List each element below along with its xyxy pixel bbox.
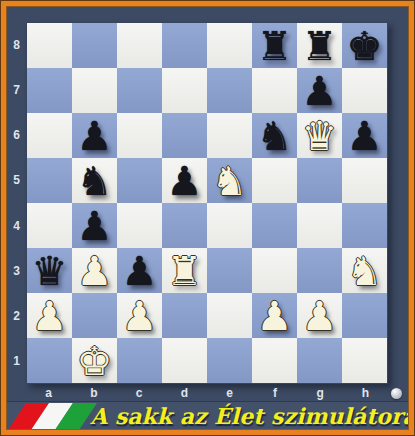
square-b2[interactable] — [72, 293, 117, 338]
square-a1[interactable] — [27, 338, 72, 383]
hungarian-flag-icon — [8, 403, 100, 429]
file-label-d: d — [162, 385, 207, 401]
square-f4[interactable] — [252, 203, 297, 248]
diagram-content: 87654321 ♜♜♚♟♟♞♛♟♞♟♞♟♛♟♟♜♞♟♟♟♟♚ abcdefgh… — [7, 7, 408, 429]
square-h8[interactable]: ♚ — [342, 23, 387, 68]
caption-bar: A sakk az Élet szimulátora — [7, 401, 408, 429]
square-g1[interactable] — [297, 338, 342, 383]
square-e5[interactable]: ♞ — [207, 158, 252, 203]
piece-black-knight: ♞ — [77, 161, 113, 201]
piece-black-queen: ♛ — [32, 251, 68, 291]
file-label-h: h — [343, 385, 388, 401]
file-label-a: a — [26, 385, 71, 401]
piece-white-pawn: ♟ — [77, 251, 113, 291]
piece-black-pawn: ♟ — [167, 161, 203, 201]
square-c7[interactable] — [117, 68, 162, 113]
piece-black-pawn: ♟ — [302, 71, 338, 111]
square-g4[interactable] — [297, 203, 342, 248]
square-f5[interactable] — [252, 158, 297, 203]
caption-text: A sakk az Élet szimulátora — [101, 402, 406, 429]
square-d1[interactable] — [162, 338, 207, 383]
chess-diagram-window: 87654321 ♜♜♚♟♟♞♛♟♞♟♞♟♛♟♟♜♞♟♟♟♟♚ abcdefgh… — [0, 0, 415, 436]
piece-black-pawn: ♟ — [77, 116, 113, 156]
square-c4[interactable] — [117, 203, 162, 248]
piece-white-pawn: ♟ — [32, 296, 68, 336]
piece-black-knight: ♞ — [257, 116, 293, 156]
chess-board: ♜♜♚♟♟♞♛♟♞♟♞♟♛♟♟♜♞♟♟♟♟♚ — [26, 22, 388, 384]
side-to-move-indicator — [391, 388, 402, 399]
square-e1[interactable] — [207, 338, 252, 383]
square-h3[interactable]: ♞ — [342, 248, 387, 293]
square-g3[interactable] — [297, 248, 342, 293]
square-b3[interactable]: ♟ — [72, 248, 117, 293]
file-label-e: e — [207, 385, 252, 401]
square-h4[interactable] — [342, 203, 387, 248]
square-e7[interactable] — [207, 68, 252, 113]
piece-white-pawn: ♟ — [257, 296, 293, 336]
piece-black-pawn: ♟ — [77, 206, 113, 246]
square-e6[interactable] — [207, 113, 252, 158]
square-h7[interactable] — [342, 68, 387, 113]
piece-white-pawn: ♟ — [122, 296, 158, 336]
square-e3[interactable] — [207, 248, 252, 293]
square-g2[interactable]: ♟ — [297, 293, 342, 338]
square-c6[interactable] — [117, 113, 162, 158]
piece-white-pawn: ♟ — [302, 296, 338, 336]
square-f6[interactable]: ♞ — [252, 113, 297, 158]
file-label-b: b — [71, 385, 116, 401]
square-d4[interactable] — [162, 203, 207, 248]
square-a6[interactable] — [27, 113, 72, 158]
square-c1[interactable] — [117, 338, 162, 383]
square-c2[interactable]: ♟ — [117, 293, 162, 338]
square-a7[interactable] — [27, 68, 72, 113]
square-b7[interactable] — [72, 68, 117, 113]
rank-label-1: 1 — [7, 339, 26, 384]
rank-label-8: 8 — [7, 22, 26, 67]
square-d5[interactable]: ♟ — [162, 158, 207, 203]
square-b5[interactable]: ♞ — [72, 158, 117, 203]
square-a8[interactable] — [27, 23, 72, 68]
square-f8[interactable]: ♜ — [252, 23, 297, 68]
piece-black-rook: ♜ — [302, 26, 338, 66]
rank-label-5: 5 — [7, 158, 26, 203]
square-a5[interactable] — [27, 158, 72, 203]
square-f2[interactable]: ♟ — [252, 293, 297, 338]
square-c8[interactable] — [117, 23, 162, 68]
square-g8[interactable]: ♜ — [297, 23, 342, 68]
square-h1[interactable] — [342, 338, 387, 383]
square-d2[interactable] — [162, 293, 207, 338]
rank-label-7: 7 — [7, 67, 26, 112]
square-g6[interactable]: ♛ — [297, 113, 342, 158]
rank-label-3: 3 — [7, 248, 26, 293]
piece-black-pawn: ♟ — [347, 116, 383, 156]
piece-black-king: ♚ — [347, 26, 383, 66]
square-f1[interactable] — [252, 338, 297, 383]
square-g7[interactable]: ♟ — [297, 68, 342, 113]
piece-white-knight: ♞ — [212, 161, 248, 201]
square-c5[interactable] — [117, 158, 162, 203]
square-g5[interactable] — [297, 158, 342, 203]
square-e2[interactable] — [207, 293, 252, 338]
square-a3[interactable]: ♛ — [27, 248, 72, 293]
square-h5[interactable] — [342, 158, 387, 203]
square-d7[interactable] — [162, 68, 207, 113]
rank-label-2: 2 — [7, 294, 26, 339]
square-e4[interactable] — [207, 203, 252, 248]
piece-white-king: ♚ — [77, 341, 113, 381]
square-h6[interactable]: ♟ — [342, 113, 387, 158]
square-f3[interactable] — [252, 248, 297, 293]
diagram-inner-frame: 87654321 ♜♜♚♟♟♞♛♟♞♟♞♟♛♟♟♜♞♟♟♟♟♚ abcdefgh… — [6, 6, 409, 430]
file-labels: abcdefgh — [26, 385, 388, 401]
piece-black-pawn: ♟ — [122, 251, 158, 291]
square-d8[interactable] — [162, 23, 207, 68]
piece-black-rook: ♜ — [257, 26, 293, 66]
square-b6[interactable]: ♟ — [72, 113, 117, 158]
square-d6[interactable] — [162, 113, 207, 158]
square-b4[interactable]: ♟ — [72, 203, 117, 248]
square-e8[interactable] — [207, 23, 252, 68]
file-label-f: f — [252, 385, 297, 401]
file-label-g: g — [298, 385, 343, 401]
rank-labels: 87654321 — [7, 22, 26, 384]
piece-white-knight: ♞ — [347, 251, 383, 291]
rank-label-6: 6 — [7, 113, 26, 158]
square-c3[interactable]: ♟ — [117, 248, 162, 293]
square-d3[interactable]: ♜ — [162, 248, 207, 293]
file-label-c: c — [117, 385, 162, 401]
square-b8[interactable] — [72, 23, 117, 68]
square-f7[interactable] — [252, 68, 297, 113]
rank-label-4: 4 — [7, 203, 26, 248]
piece-white-rook: ♜ — [167, 251, 203, 291]
square-b1[interactable]: ♚ — [72, 338, 117, 383]
square-a2[interactable]: ♟ — [27, 293, 72, 338]
piece-white-queen: ♛ — [302, 116, 338, 156]
square-h2[interactable] — [342, 293, 387, 338]
square-a4[interactable] — [27, 203, 72, 248]
